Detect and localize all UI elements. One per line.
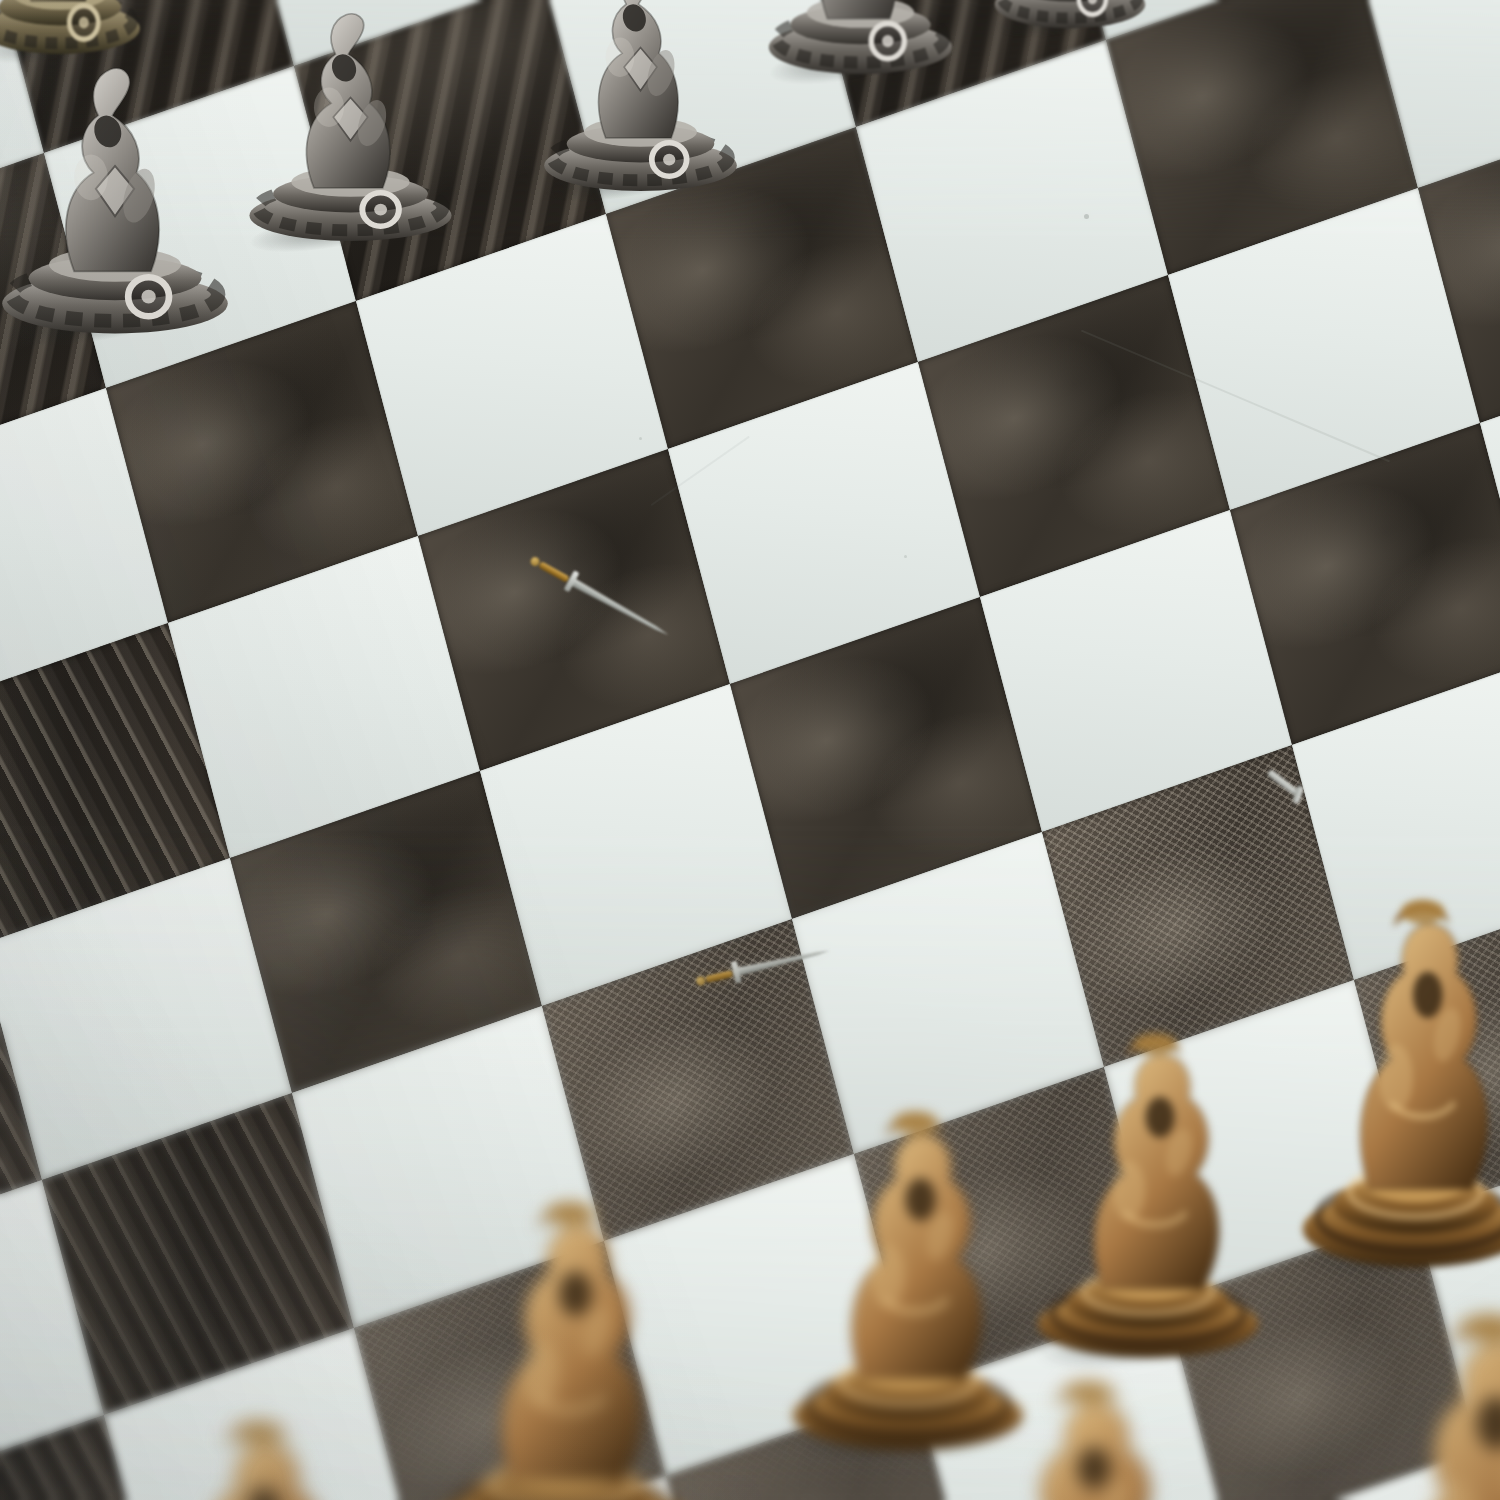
piece-gold-7	[1315, 1300, 1500, 1500]
figurine-warrior-graphic	[940, 1370, 1220, 1500]
piece-gold-1	[110, 1410, 390, 1500]
piece-gold-4	[1028, 1022, 1268, 1362]
figurine-warrior-graphic	[538, 0, 743, 195]
piece-gold-5	[1293, 887, 1500, 1272]
figurine-warrior-graphic	[243, 5, 458, 245]
figurine-warrior-graphic	[0, 0, 145, 58]
piece-silver-3	[538, 0, 743, 195]
figurine-warrior-graphic	[1293, 887, 1500, 1272]
piece-silver-4	[763, 0, 958, 78]
chess-photo-scene	[0, 0, 1500, 1500]
pieces-layer	[0, 0, 1500, 1500]
piece-silver-back-fragment	[0, 0, 145, 58]
figurine-warrior-graphic	[0, 58, 235, 338]
figurine-warrior-graphic	[427, 1190, 697, 1500]
figurine-warrior-graphic	[110, 1410, 390, 1500]
piece-silver-5	[990, 0, 1150, 32]
figurine-warrior-graphic	[1028, 1022, 1268, 1362]
figurine-warrior-graphic	[1315, 1300, 1500, 1500]
piece-silver-1	[0, 58, 235, 338]
piece-gold-2	[427, 1190, 697, 1500]
piece-gold-6	[940, 1370, 1220, 1500]
piece-silver-2	[243, 5, 458, 245]
figurine-warrior-graphic	[990, 0, 1150, 32]
figurine-warrior-graphic	[763, 0, 958, 78]
